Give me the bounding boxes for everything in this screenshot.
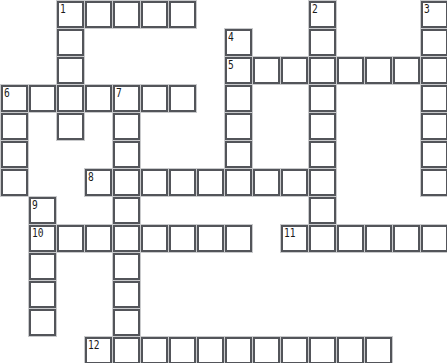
cell-r3c11[interactable] [309,85,336,112]
cell-r2c14[interactable] [393,57,420,84]
cell-r6c10[interactable] [281,169,308,196]
clue-number: 7 [116,87,122,99]
clue-number: 1 [60,3,66,15]
cell-r8c13[interactable] [365,225,392,252]
cell-r4c2[interactable] [57,113,84,140]
cell-r7c1[interactable]: 9 [29,197,56,224]
cell-r0c3[interactable] [85,1,112,28]
cell-r11c4[interactable] [113,309,140,336]
cell-r4c15[interactable] [421,113,447,140]
cell-r2c2[interactable] [57,57,84,84]
cell-r0c15[interactable]: 3 [421,1,447,28]
cell-r6c9[interactable] [253,169,280,196]
cell-r8c12[interactable] [337,225,364,252]
cell-r3c8[interactable] [225,85,252,112]
clue-number: 12 [88,339,100,351]
cell-r1c8[interactable]: 4 [225,29,252,56]
cell-r5c11[interactable] [309,141,336,168]
cell-r6c11[interactable] [309,169,336,196]
cell-r11c1[interactable] [29,309,56,336]
cell-r2c9[interactable] [253,57,280,84]
cell-r7c11[interactable] [309,197,336,224]
cell-r2c8[interactable]: 5 [225,57,252,84]
cell-r9c4[interactable] [113,253,140,280]
cell-r4c4[interactable] [113,113,140,140]
crossword-grid: 123456789101112 [0,0,447,363]
cell-r1c15[interactable] [421,29,447,56]
clue-number: 9 [32,199,38,211]
cell-r12c10[interactable] [281,337,308,363]
cell-r4c0[interactable] [1,113,28,140]
cell-r3c2[interactable] [57,85,84,112]
cell-r3c5[interactable] [141,85,168,112]
cell-r12c4[interactable] [113,337,140,363]
cell-r12c11[interactable] [309,337,336,363]
cell-r12c5[interactable] [141,337,168,363]
cell-r6c0[interactable] [1,169,28,196]
cell-r2c13[interactable] [365,57,392,84]
cell-r3c6[interactable] [169,85,196,112]
cell-r2c12[interactable] [337,57,364,84]
cell-r6c8[interactable] [225,169,252,196]
cell-r1c11[interactable] [309,29,336,56]
cell-r1c2[interactable] [57,29,84,56]
cell-r10c4[interactable] [113,281,140,308]
cell-r8c7[interactable] [197,225,224,252]
cell-r8c6[interactable] [169,225,196,252]
cell-r8c5[interactable] [141,225,168,252]
cell-r12c9[interactable] [253,337,280,363]
cell-r10c1[interactable] [29,281,56,308]
cell-r0c2[interactable]: 1 [57,1,84,28]
cell-r3c3[interactable] [85,85,112,112]
clue-number: 8 [88,171,94,183]
cell-r3c1[interactable] [29,85,56,112]
cell-r2c15[interactable] [421,57,447,84]
cell-r0c5[interactable] [141,1,168,28]
cell-r6c5[interactable] [141,169,168,196]
cell-r3c4[interactable]: 7 [113,85,140,112]
clue-number: 10 [32,227,44,239]
clue-number: 2 [312,3,318,15]
cell-r0c4[interactable] [113,1,140,28]
cell-r12c6[interactable] [169,337,196,363]
cell-r8c14[interactable] [393,225,420,252]
cell-r6c6[interactable] [169,169,196,196]
cell-r8c2[interactable] [57,225,84,252]
cell-r0c6[interactable] [169,1,196,28]
cell-r12c8[interactable] [225,337,252,363]
cell-r8c4[interactable] [113,225,140,252]
cell-r5c0[interactable] [1,141,28,168]
cell-r2c10[interactable] [281,57,308,84]
clue-number: 11 [284,227,296,239]
cell-r12c7[interactable] [197,337,224,363]
cell-r9c1[interactable] [29,253,56,280]
cell-r7c4[interactable] [113,197,140,224]
cell-r8c15[interactable] [421,225,447,252]
cell-r6c4[interactable] [113,169,140,196]
cell-r6c15[interactable] [421,169,447,196]
clue-number: 4 [228,31,234,43]
cell-r12c13[interactable] [365,337,392,363]
clue-number: 5 [228,59,234,71]
cell-r8c10[interactable]: 11 [281,225,308,252]
cell-r5c8[interactable] [225,141,252,168]
cell-r8c11[interactable] [309,225,336,252]
cell-r12c12[interactable] [337,337,364,363]
cell-r8c3[interactable] [85,225,112,252]
cell-r6c7[interactable] [197,169,224,196]
cell-r8c8[interactable] [225,225,252,252]
cell-r8c1[interactable]: 10 [29,225,56,252]
cell-r5c4[interactable] [113,141,140,168]
clue-number: 3 [424,3,430,15]
cell-r3c15[interactable] [421,85,447,112]
cell-r6c3[interactable]: 8 [85,169,112,196]
cell-r3c0[interactable]: 6 [1,85,28,112]
cell-r4c8[interactable] [225,113,252,140]
cell-r5c15[interactable] [421,141,447,168]
cell-r0c11[interactable]: 2 [309,1,336,28]
clue-number: 6 [4,87,10,99]
cell-r2c11[interactable] [309,57,336,84]
cell-r12c3[interactable]: 12 [85,337,112,363]
cell-r4c11[interactable] [309,113,336,140]
